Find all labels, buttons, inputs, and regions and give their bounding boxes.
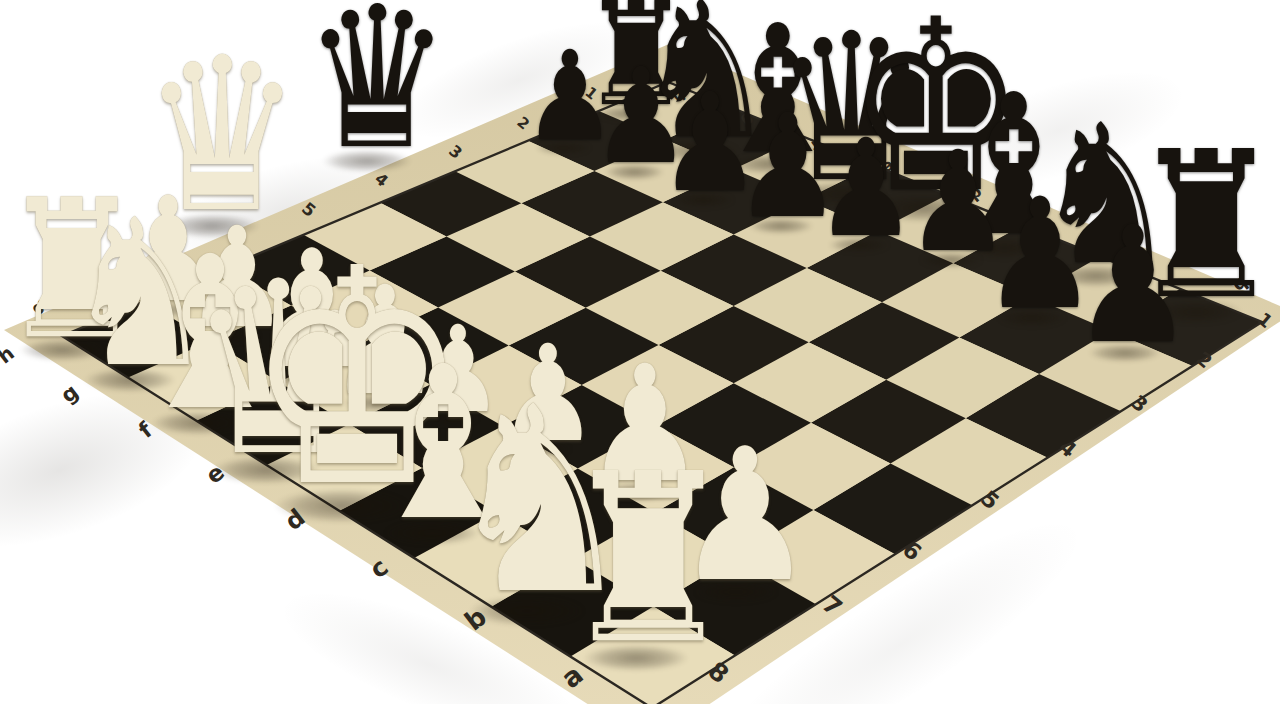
piece-black-pawn-a2[interactable]: ♟ — [1072, 205, 1193, 366]
piece-black-queen-offboard[interactable]: ♛ — [303, 0, 450, 177]
piece-white-rook-a8[interactable]: ♜ — [560, 443, 736, 676]
chess-set-photo: 12345678hgfedcba12345678hgfedcba♜♞♝♚♛♝♞♜… — [0, 0, 1280, 704]
piece-black-pawn-d2[interactable]: ♟ — [815, 122, 916, 257]
